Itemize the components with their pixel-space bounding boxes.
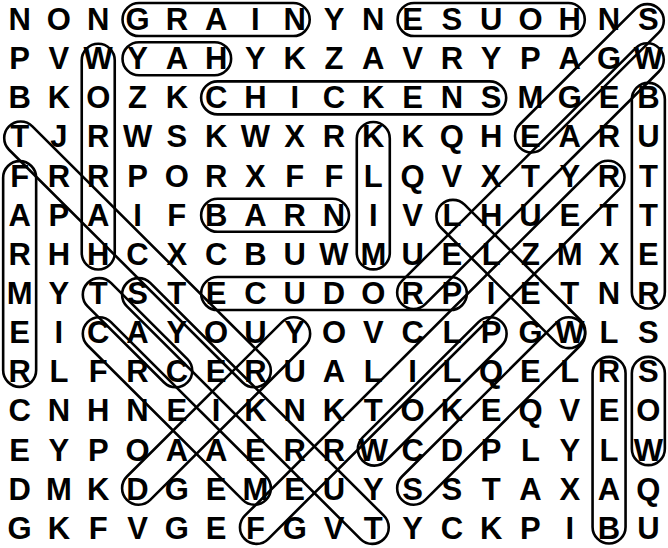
grid-cell[interactable]: A [196,431,235,470]
grid-cell[interactable]: P [511,39,550,78]
grid-cell[interactable]: N [314,196,353,235]
grid-cell[interactable]: K [39,509,78,548]
grid-cell[interactable]: C [118,235,157,274]
grid-cell[interactable]: Q [472,352,511,391]
grid-cell[interactable]: N [0,0,39,39]
grid-cell[interactable]: R [79,157,118,196]
grid-cell[interactable]: R [118,352,157,391]
grid-cell[interactable]: W [118,117,157,156]
grid-cell[interactable]: T [354,509,393,548]
grid-cell[interactable]: W [629,431,668,470]
grid-cell[interactable]: P [472,313,511,352]
grid-cell[interactable]: E [236,431,275,470]
grid-cell[interactable]: H [39,235,78,274]
word-search-board: NONGRAINYNESUOHNSPVWYAHYKZAVRYPAGWBKOZKC… [0,0,668,548]
grid-cell[interactable]: L [589,431,628,470]
grid-cell[interactable]: M [550,235,589,274]
grid-cell[interactable]: Q [629,470,668,509]
grid-cell[interactable]: P [511,509,550,548]
grid-cell[interactable]: H [550,0,589,39]
grid-cell[interactable]: L [550,352,589,391]
grid-cell[interactable]: C [432,509,471,548]
grid-cell[interactable]: F [79,352,118,391]
grid-cell[interactable]: Z [314,39,353,78]
grid-cell[interactable]: Y [157,313,196,352]
grid-cell[interactable]: S [393,470,432,509]
grid-cell[interactable]: G [157,470,196,509]
grid-cell[interactable]: V [393,39,432,78]
grid-cell[interactable]: C [79,313,118,352]
grid-cell[interactable]: S [629,0,668,39]
grid-cell[interactable]: E [196,509,235,548]
grid-cell[interactable]: R [236,352,275,391]
grid-cell[interactable]: N [79,0,118,39]
grid-cell[interactable]: S [432,0,471,39]
grid-cell[interactable]: A [157,431,196,470]
grid-cell[interactable]: E [550,196,589,235]
grid-cell[interactable]: I [39,313,78,352]
grid-cell[interactable]: K [314,391,353,430]
grid-cell[interactable]: O [118,431,157,470]
grid-cell[interactable]: M [236,470,275,509]
grid-cell[interactable]: P [0,39,39,78]
grid-cell[interactable]: P [79,431,118,470]
grid-cell[interactable]: L [354,352,393,391]
grid-cell[interactable]: E [589,391,628,430]
grid-cell[interactable]: H [79,391,118,430]
grid-cell[interactable]: B [0,78,39,117]
grid-cell[interactable]: G [0,509,39,548]
grid-cell[interactable]: K [157,78,196,117]
grid-cell[interactable]: J [39,117,78,156]
grid-cell[interactable]: U [275,352,314,391]
grid-cell[interactable]: X [589,235,628,274]
grid-cell[interactable]: A [118,313,157,352]
grid-cell[interactable]: K [354,117,393,156]
grid-cell[interactable]: X [157,235,196,274]
grid-cell[interactable]: K [236,391,275,430]
grid-cell[interactable]: G [589,39,628,78]
grid-cell[interactable]: M [511,78,550,117]
grid-cell[interactable]: G [275,509,314,548]
grid-cell[interactable]: Y [275,313,314,352]
grid-cell[interactable]: W [550,313,589,352]
grid-cell[interactable]: L [432,313,471,352]
grid-cell[interactable]: U [629,509,668,548]
grid-cell[interactable]: F [314,157,353,196]
grid-cell[interactable]: E [393,0,432,39]
grid-cell[interactable]: R [432,39,471,78]
grid-cell[interactable]: A [511,470,550,509]
grid-cell[interactable]: A [79,196,118,235]
grid-cell[interactable]: V [39,39,78,78]
letter-grid: NONGRAINYNESUOHNSPVWYAHYKZAVRYPAGWBKOZKC… [0,0,668,548]
grid-cell[interactable]: K [472,509,511,548]
grid-cell[interactable]: W [236,117,275,156]
grid-cell[interactable]: K [393,117,432,156]
grid-cell[interactable]: G [118,0,157,39]
grid-cell[interactable]: O [157,157,196,196]
grid-cell[interactable]: M [0,274,39,313]
grid-cell[interactable]: R [589,157,628,196]
grid-cell[interactable]: T [629,157,668,196]
grid-cell[interactable]: T [550,274,589,313]
grid-cell[interactable]: U [629,117,668,156]
grid-cell[interactable]: Y [393,509,432,548]
grid-cell[interactable]: E [472,391,511,430]
grid-cell[interactable]: I [196,391,235,430]
grid-cell[interactable]: L [432,196,471,235]
grid-cell[interactable]: N [589,274,628,313]
grid-cell[interactable]: E [157,391,196,430]
grid-cell[interactable]: N [118,391,157,430]
grid-cell[interactable]: N [275,0,314,39]
grid-cell[interactable]: W [629,39,668,78]
grid-cell[interactable]: R [196,157,235,196]
grid-cell[interactable]: L [472,235,511,274]
grid-cell[interactable]: V [432,157,471,196]
grid-cell[interactable]: K [432,391,471,430]
grid-cell[interactable]: Z [118,78,157,117]
grid-cell[interactable]: X [472,157,511,196]
grid-cell[interactable]: D [314,274,353,313]
grid-cell[interactable]: E [589,78,628,117]
grid-cell[interactable]: C [393,313,432,352]
grid-cell[interactable]: O [354,274,393,313]
grid-cell[interactable]: T [79,274,118,313]
grid-cell[interactable]: G [550,78,589,117]
grid-cell[interactable]: A [157,39,196,78]
grid-cell[interactable]: E [511,117,550,156]
grid-cell[interactable]: S [472,78,511,117]
grid-cell[interactable]: I [275,78,314,117]
grid-cell[interactable]: Q [511,391,550,430]
grid-cell[interactable]: A [550,117,589,156]
grid-cell[interactable]: H [79,235,118,274]
grid-cell[interactable]: X [236,157,275,196]
grid-cell[interactable]: Z [511,235,550,274]
grid-cell[interactable]: H [472,196,511,235]
grid-cell[interactable]: T [157,274,196,313]
grid-cell[interactable]: W [354,431,393,470]
grid-cell[interactable]: U [236,313,275,352]
grid-cell[interactable]: O [196,313,235,352]
grid-cell[interactable]: Q [393,157,432,196]
grid-cell[interactable]: A [196,0,235,39]
grid-cell[interactable]: R [589,352,628,391]
grid-cell[interactable]: O [314,313,353,352]
grid-cell[interactable]: U [314,470,353,509]
grid-cell[interactable]: R [275,431,314,470]
grid-cell[interactable]: A [550,39,589,78]
grid-cell[interactable]: T [629,196,668,235]
grid-cell[interactable]: R [589,117,628,156]
grid-cell[interactable]: E [0,313,39,352]
grid-cell[interactable]: F [236,509,275,548]
grid-cell[interactable]: E [511,352,550,391]
grid-cell[interactable]: Y [39,431,78,470]
grid-cell[interactable]: K [39,78,78,117]
grid-cell[interactable]: L [511,431,550,470]
grid-cell[interactable]: X [550,470,589,509]
grid-cell[interactable]: R [79,117,118,156]
grid-cell[interactable]: L [354,157,393,196]
grid-cell[interactable]: R [157,0,196,39]
grid-cell[interactable]: O [39,0,78,39]
grid-cell[interactable]: T [472,470,511,509]
grid-cell[interactable]: C [0,391,39,430]
grid-cell[interactable]: N [589,0,628,39]
grid-cell[interactable]: L [432,352,471,391]
grid-cell[interactable]: A [236,196,275,235]
grid-cell[interactable]: F [79,509,118,548]
grid-cell[interactable]: U [275,235,314,274]
grid-cell[interactable]: I [472,274,511,313]
grid-cell[interactable]: R [314,431,353,470]
grid-cell[interactable]: E [0,431,39,470]
grid-cell[interactable]: Y [354,470,393,509]
grid-cell[interactable]: E [196,352,235,391]
grid-cell[interactable]: W [79,39,118,78]
grid-cell[interactable]: F [275,157,314,196]
grid-cell[interactable]: B [629,78,668,117]
grid-cell[interactable]: K [275,39,314,78]
grid-cell[interactable]: I [550,509,589,548]
grid-cell[interactable]: N [354,0,393,39]
grid-cell[interactable]: M [39,470,78,509]
grid-cell[interactable]: O [393,391,432,430]
grid-cell[interactable]: V [393,196,432,235]
grid-cell[interactable]: U [275,274,314,313]
grid-cell[interactable]: Y [118,39,157,78]
grid-cell[interactable]: P [432,274,471,313]
grid-cell[interactable]: P [472,431,511,470]
grid-cell[interactable]: C [393,431,432,470]
grid-cell[interactable]: G [511,313,550,352]
grid-cell[interactable]: H [472,117,511,156]
grid-cell[interactable]: R [39,157,78,196]
grid-cell[interactable]: B [589,509,628,548]
grid-cell[interactable]: N [275,391,314,430]
grid-cell[interactable]: D [432,431,471,470]
grid-cell[interactable]: Y [550,431,589,470]
grid-cell[interactable]: I [118,196,157,235]
grid-cell[interactable]: Y [314,0,353,39]
grid-cell[interactable]: Y [472,39,511,78]
grid-cell[interactable]: A [589,470,628,509]
grid-cell[interactable]: A [314,352,353,391]
grid-cell[interactable]: P [118,157,157,196]
grid-cell[interactable]: X [275,117,314,156]
grid-cell[interactable]: R [0,235,39,274]
grid-cell[interactable]: S [629,313,668,352]
grid-cell[interactable]: Y [236,39,275,78]
grid-cell[interactable]: O [629,391,668,430]
grid-cell[interactable]: S [629,352,668,391]
grid-cell[interactable]: E [196,274,235,313]
grid-cell[interactable]: U [511,196,550,235]
grid-cell[interactable]: D [118,470,157,509]
grid-cell[interactable]: E [511,274,550,313]
grid-cell[interactable]: B [196,196,235,235]
grid-cell[interactable]: I [393,352,432,391]
grid-cell[interactable]: L [589,313,628,352]
grid-cell[interactable]: F [0,157,39,196]
grid-cell[interactable]: C [236,274,275,313]
grid-cell[interactable]: C [196,235,235,274]
grid-cell[interactable]: C [196,78,235,117]
grid-cell[interactable]: V [354,313,393,352]
grid-cell[interactable]: C [314,78,353,117]
grid-cell[interactable]: C [157,352,196,391]
grid-cell[interactable]: I [354,196,393,235]
grid-cell[interactable]: L [39,352,78,391]
grid-cell[interactable]: V [118,509,157,548]
grid-cell[interactable]: R [314,117,353,156]
grid-cell[interactable]: E [629,235,668,274]
grid-cell[interactable]: V [314,509,353,548]
grid-cell[interactable]: H [236,78,275,117]
grid-cell[interactable]: R [0,352,39,391]
grid-cell[interactable]: T [589,196,628,235]
grid-cell[interactable]: D [0,470,39,509]
grid-cell[interactable]: T [0,117,39,156]
grid-cell[interactable]: E [393,78,432,117]
grid-cell[interactable]: R [629,274,668,313]
grid-cell[interactable]: R [275,196,314,235]
grid-cell[interactable]: H [196,39,235,78]
grid-cell[interactable]: F [157,196,196,235]
grid-cell[interactable]: Y [39,274,78,313]
grid-cell[interactable]: N [39,391,78,430]
grid-cell[interactable]: B [236,235,275,274]
grid-cell[interactable]: T [511,157,550,196]
grid-cell[interactable]: I [236,0,275,39]
grid-cell[interactable]: S [157,117,196,156]
grid-cell[interactable]: K [354,78,393,117]
grid-cell[interactable]: Y [550,157,589,196]
grid-cell[interactable]: G [157,509,196,548]
grid-cell[interactable]: K [196,117,235,156]
grid-cell[interactable]: T [354,391,393,430]
grid-cell[interactable]: E [432,235,471,274]
grid-cell[interactable]: U [472,0,511,39]
grid-cell[interactable]: E [196,470,235,509]
grid-cell[interactable]: O [79,78,118,117]
grid-cell[interactable]: A [0,196,39,235]
grid-cell[interactable]: P [39,196,78,235]
grid-cell[interactable]: S [118,274,157,313]
grid-cell[interactable]: O [511,0,550,39]
grid-cell[interactable]: U [393,235,432,274]
grid-cell[interactable]: E [275,470,314,509]
grid-cell[interactable]: A [354,39,393,78]
grid-cell[interactable]: Q [432,117,471,156]
grid-cell[interactable]: V [550,391,589,430]
grid-cell[interactable]: K [79,470,118,509]
grid-cell[interactable]: S [432,470,471,509]
grid-cell[interactable]: M [354,235,393,274]
grid-cell[interactable]: W [314,235,353,274]
grid-cell[interactable]: N [432,78,471,117]
grid-cell[interactable]: R [393,274,432,313]
